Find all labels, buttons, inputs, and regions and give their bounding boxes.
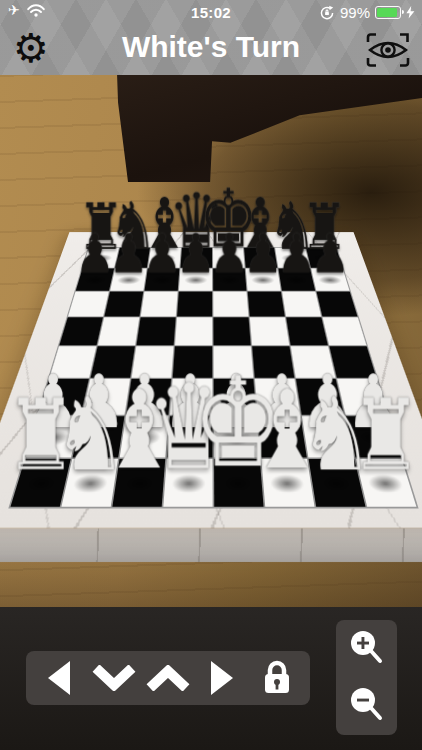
ar-scene: ♜♞♝♛♚♝♞♜♟♟♟♟♟♟♟♟♟♟♟♟♟♟♟♟♜♞♝♛♚♝♞♜ xyxy=(0,75,422,607)
square-f7[interactable]: ♟ xyxy=(245,268,280,290)
orientation-lock-icon xyxy=(319,5,335,21)
magnifier-plus-icon xyxy=(347,629,387,669)
square-g6[interactable] xyxy=(282,292,321,317)
square-h5[interactable] xyxy=(322,317,366,345)
square-b6[interactable] xyxy=(104,292,143,317)
square-a6[interactable] xyxy=(67,292,108,317)
square-h7[interactable]: ♟ xyxy=(311,268,349,290)
nav-bar: ⚙ White's Turn xyxy=(0,24,422,75)
tilt-down-button[interactable] xyxy=(91,655,137,701)
status-bar: ✈ 15:02 99% xyxy=(0,0,422,24)
square-e5[interactable] xyxy=(213,317,250,345)
eye-viewfinder-icon[interactable] xyxy=(366,32,410,68)
battery-percent: 99% xyxy=(340,4,370,21)
zoom-in-button[interactable] xyxy=(344,626,390,672)
right-triangle-icon xyxy=(210,660,234,696)
bottom-toolbar xyxy=(0,607,422,750)
square-h1[interactable]: ♜ xyxy=(355,459,416,507)
chess-board-marble: ♜♞♝♛♚♝♞♜♟♟♟♟♟♟♟♟♟♟♟♟♟♟♟♟♜♞♝♛♚♝♞♜ xyxy=(0,232,422,528)
square-e6[interactable] xyxy=(213,292,248,317)
square-a5[interactable] xyxy=(59,317,103,345)
square-c6[interactable] xyxy=(140,292,177,317)
square-e7[interactable]: ♟ xyxy=(213,268,246,290)
battery-fill xyxy=(377,8,397,18)
piece-white-rook-h1[interactable]: ♜ xyxy=(349,387,422,486)
zoom-out-button[interactable] xyxy=(344,683,390,729)
magnifier-minus-icon xyxy=(347,686,387,726)
square-c7[interactable]: ♟ xyxy=(144,268,179,290)
square-c5[interactable] xyxy=(136,317,175,345)
chess-board-grid: ♜♞♝♛♚♝♞♜♟♟♟♟♟♟♟♟♟♟♟♟♟♟♟♟♜♞♝♛♚♝♞♜ xyxy=(7,247,417,509)
charging-bolt-icon xyxy=(406,6,415,19)
square-g5[interactable] xyxy=(286,317,328,345)
square-f5[interactable] xyxy=(249,317,289,345)
chevron-up-icon xyxy=(146,665,190,691)
top-chrome: ✈ 15:02 99% ⚙ White's Tu xyxy=(0,0,422,75)
status-right-cluster: 99% xyxy=(319,4,415,21)
lock-button[interactable] xyxy=(254,655,300,701)
square-d5[interactable] xyxy=(174,317,211,345)
pan-left-button[interactable] xyxy=(36,655,82,701)
camera-nav-group xyxy=(26,651,310,705)
square-b5[interactable] xyxy=(97,317,139,345)
square-d7[interactable]: ♟ xyxy=(178,268,211,290)
square-d6[interactable] xyxy=(176,292,211,317)
square-h6[interactable] xyxy=(316,292,357,317)
left-triangle-icon xyxy=(47,660,71,696)
square-f6[interactable] xyxy=(247,292,284,317)
padlock-icon xyxy=(261,660,293,696)
square-b7[interactable]: ♟ xyxy=(110,268,147,290)
page-title: White's Turn xyxy=(0,30,422,64)
piece-black-pawn-h7[interactable]: ♟ xyxy=(310,227,350,281)
pan-right-button[interactable] xyxy=(199,655,245,701)
tilt-up-button[interactable] xyxy=(145,655,191,701)
square-g7[interactable]: ♟ xyxy=(278,268,315,290)
battery-icon xyxy=(375,6,401,20)
chevron-down-icon xyxy=(92,665,136,691)
chess-board-front-edge xyxy=(0,528,422,562)
zoom-group xyxy=(336,620,397,735)
